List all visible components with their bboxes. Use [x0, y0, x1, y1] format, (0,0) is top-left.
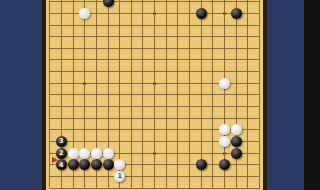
board-intersection[interactable]	[114, 31, 126, 43]
board-intersection[interactable]	[242, 101, 254, 113]
board-intersection[interactable]	[184, 89, 196, 101]
board-intersection[interactable]	[125, 124, 137, 136]
board-intersection[interactable]	[184, 101, 196, 113]
board-intersection[interactable]	[254, 42, 266, 54]
board-intersection[interactable]	[137, 101, 149, 113]
board-intersection[interactable]	[254, 19, 266, 31]
board-intersection[interactable]	[137, 19, 149, 31]
board-intersection[interactable]	[91, 136, 103, 148]
board-intersection[interactable]	[207, 159, 219, 171]
board-intersection[interactable]	[67, 8, 79, 20]
board-intersection[interactable]	[172, 101, 184, 113]
board-intersection[interactable]	[125, 182, 137, 190]
board-intersection[interactable]	[79, 89, 91, 101]
board-intersection[interactable]	[195, 0, 207, 8]
board-intersection[interactable]	[184, 159, 196, 171]
board-intersection[interactable]	[230, 171, 242, 183]
board-intersection[interactable]	[219, 0, 231, 8]
board-intersection[interactable]	[160, 159, 172, 171]
board-intersection[interactable]	[219, 77, 231, 89]
board-intersection[interactable]	[44, 19, 56, 31]
board-intersection[interactable]	[137, 159, 149, 171]
board-intersection[interactable]	[149, 136, 161, 148]
board-intersection[interactable]	[195, 42, 207, 54]
board-intersection[interactable]	[114, 42, 126, 54]
board-intersection[interactable]	[67, 182, 79, 190]
board-intersection[interactable]	[79, 31, 91, 43]
board-intersection[interactable]	[160, 124, 172, 136]
board-intersection[interactable]	[160, 171, 172, 183]
board-intersection[interactable]	[56, 112, 68, 124]
board-intersection[interactable]	[56, 54, 68, 66]
board-intersection[interactable]	[125, 54, 137, 66]
board-intersection[interactable]	[219, 42, 231, 54]
board-intersection[interactable]	[195, 54, 207, 66]
board-intersection[interactable]	[44, 31, 56, 43]
board-intersection[interactable]	[91, 0, 103, 8]
board-intersection[interactable]	[67, 19, 79, 31]
board-intersection[interactable]	[149, 182, 161, 190]
board-intersection[interactable]	[230, 0, 242, 8]
board-intersection[interactable]	[230, 136, 242, 148]
board-intersection[interactable]	[102, 182, 114, 190]
board-intersection[interactable]	[172, 77, 184, 89]
board-intersection[interactable]	[219, 19, 231, 31]
board-intersection[interactable]	[242, 159, 254, 171]
board-intersection[interactable]	[172, 136, 184, 148]
board-intersection[interactable]	[79, 182, 91, 190]
board-intersection[interactable]	[160, 77, 172, 89]
board-intersection[interactable]	[137, 42, 149, 54]
board-intersection[interactable]	[137, 171, 149, 183]
board-intersection[interactable]	[207, 112, 219, 124]
board-intersection[interactable]	[219, 124, 231, 136]
board-intersection[interactable]	[184, 171, 196, 183]
board-intersection[interactable]	[184, 66, 196, 78]
board-intersection[interactable]	[114, 89, 126, 101]
board-intersection[interactable]	[114, 19, 126, 31]
board-intersection[interactable]	[102, 77, 114, 89]
board-intersection[interactable]	[184, 147, 196, 159]
board-intersection[interactable]	[149, 42, 161, 54]
board-intersection[interactable]	[254, 66, 266, 78]
board-intersection[interactable]	[160, 54, 172, 66]
board-intersection[interactable]	[254, 89, 266, 101]
board-intersection[interactable]	[67, 124, 79, 136]
board-intersection[interactable]	[172, 159, 184, 171]
board-intersection[interactable]	[219, 159, 231, 171]
board-intersection[interactable]	[79, 101, 91, 113]
board-intersection[interactable]	[91, 101, 103, 113]
board-intersection[interactable]	[242, 31, 254, 43]
board-intersection[interactable]	[149, 77, 161, 89]
board-intersection[interactable]	[172, 147, 184, 159]
board-intersection[interactable]	[102, 19, 114, 31]
board-intersection[interactable]	[184, 42, 196, 54]
board-intersection[interactable]	[44, 182, 56, 190]
board-intersection[interactable]	[149, 101, 161, 113]
board-intersection[interactable]	[67, 77, 79, 89]
board-intersection[interactable]	[114, 101, 126, 113]
board-intersection[interactable]	[219, 136, 231, 148]
board-intersection[interactable]	[172, 124, 184, 136]
board-intersection[interactable]	[254, 124, 266, 136]
board-intersection[interactable]	[254, 182, 266, 190]
board-intersection[interactable]	[195, 19, 207, 31]
board-intersection[interactable]	[91, 8, 103, 20]
board-intersection[interactable]	[137, 54, 149, 66]
board-intersection[interactable]	[44, 8, 56, 20]
board-intersection[interactable]	[149, 159, 161, 171]
board-intersection[interactable]	[219, 66, 231, 78]
board-intersection[interactable]	[67, 136, 79, 148]
board-intersection[interactable]	[114, 124, 126, 136]
board-intersection[interactable]	[242, 136, 254, 148]
board-intersection[interactable]	[114, 112, 126, 124]
board-intersection[interactable]	[149, 147, 161, 159]
board-intersection[interactable]	[91, 89, 103, 101]
board-intersection[interactable]	[172, 182, 184, 190]
board-intersection[interactable]	[195, 171, 207, 183]
board-intersection[interactable]	[149, 19, 161, 31]
board-intersection[interactable]	[125, 112, 137, 124]
board-intersection[interactable]	[56, 19, 68, 31]
board-intersection[interactable]	[79, 66, 91, 78]
board-intersection[interactable]	[207, 182, 219, 190]
board-intersection[interactable]	[44, 112, 56, 124]
board-intersection[interactable]: 1	[114, 171, 126, 183]
board-intersection[interactable]	[219, 182, 231, 190]
board-intersection[interactable]	[242, 54, 254, 66]
board-intersection[interactable]	[114, 54, 126, 66]
board-intersection[interactable]	[230, 54, 242, 66]
board-intersection[interactable]	[125, 101, 137, 113]
board-intersection[interactable]	[56, 124, 68, 136]
board-intersection[interactable]	[67, 66, 79, 78]
board-intersection[interactable]	[137, 66, 149, 78]
board-intersection[interactable]	[254, 159, 266, 171]
board-intersection[interactable]	[149, 8, 161, 20]
board-intersection[interactable]	[219, 101, 231, 113]
board-intersection[interactable]	[184, 0, 196, 8]
board-intersection[interactable]	[149, 54, 161, 66]
board-intersection[interactable]	[91, 147, 103, 159]
board-intersection[interactable]	[79, 171, 91, 183]
board-intersection[interactable]	[44, 54, 56, 66]
board-intersection[interactable]	[230, 77, 242, 89]
board-intersection[interactable]	[44, 66, 56, 78]
board-intersection[interactable]	[195, 112, 207, 124]
board-intersection[interactable]	[114, 159, 126, 171]
board-intersection[interactable]	[79, 112, 91, 124]
board-intersection[interactable]	[207, 147, 219, 159]
board-intersection[interactable]	[230, 42, 242, 54]
board-intersection[interactable]	[207, 124, 219, 136]
board-intersection[interactable]	[195, 101, 207, 113]
board-intersection[interactable]	[230, 31, 242, 43]
board-intersection[interactable]	[230, 66, 242, 78]
board-intersection[interactable]	[254, 136, 266, 148]
board-intersection[interactable]	[184, 77, 196, 89]
board-intersection[interactable]	[172, 171, 184, 183]
board-intersection[interactable]	[102, 31, 114, 43]
board-intersection[interactable]: 3	[56, 136, 68, 148]
board-intersection[interactable]	[149, 31, 161, 43]
board-intersection[interactable]	[230, 101, 242, 113]
board-intersection[interactable]	[67, 89, 79, 101]
board-intersection[interactable]	[207, 42, 219, 54]
board-intersection[interactable]	[56, 101, 68, 113]
board-intersection[interactable]	[137, 136, 149, 148]
board-intersection[interactable]	[242, 171, 254, 183]
board-intersection[interactable]	[219, 112, 231, 124]
board-intersection[interactable]	[114, 66, 126, 78]
board-intersection[interactable]	[149, 124, 161, 136]
board-intersection[interactable]	[114, 77, 126, 89]
board-intersection[interactable]	[242, 19, 254, 31]
board-intersection[interactable]	[195, 124, 207, 136]
board-intersection[interactable]	[44, 89, 56, 101]
board-intersection[interactable]	[172, 112, 184, 124]
board-intersection[interactable]	[114, 182, 126, 190]
board-intersection[interactable]	[230, 159, 242, 171]
board-intersection[interactable]	[125, 31, 137, 43]
board-intersection[interactable]	[242, 89, 254, 101]
board-intersection[interactable]	[102, 8, 114, 20]
board-intersection[interactable]	[56, 8, 68, 20]
board-intersection[interactable]	[44, 77, 56, 89]
board-intersection[interactable]	[91, 77, 103, 89]
board-intersection[interactable]	[79, 147, 91, 159]
board-intersection[interactable]	[219, 171, 231, 183]
board-intersection[interactable]	[67, 0, 79, 8]
board-intersection[interactable]	[137, 124, 149, 136]
board-intersection[interactable]	[125, 42, 137, 54]
board-intersection[interactable]	[230, 8, 242, 20]
board-intersection[interactable]	[125, 0, 137, 8]
board-intersection[interactable]	[184, 112, 196, 124]
board-intersection[interactable]	[242, 8, 254, 20]
board-intersection[interactable]	[184, 8, 196, 20]
board-intersection[interactable]	[102, 0, 114, 8]
board-intersection[interactable]	[91, 31, 103, 43]
board-intersection[interactable]	[149, 112, 161, 124]
board-intersection[interactable]	[79, 42, 91, 54]
board-intersection[interactable]	[44, 136, 56, 148]
board-intersection[interactable]	[44, 101, 56, 113]
board-intersection[interactable]	[242, 112, 254, 124]
board-intersection[interactable]	[184, 124, 196, 136]
board-intersection[interactable]	[219, 31, 231, 43]
board-intersection[interactable]	[102, 66, 114, 78]
board-intersection[interactable]	[67, 101, 79, 113]
board-intersection[interactable]	[137, 0, 149, 8]
board-intersection[interactable]	[207, 66, 219, 78]
board-intersection[interactable]	[56, 66, 68, 78]
board-intersection[interactable]	[230, 19, 242, 31]
board-intersection[interactable]	[102, 159, 114, 171]
board-intersection[interactable]	[44, 0, 56, 8]
board-intersection[interactable]	[184, 182, 196, 190]
board-intersection[interactable]	[172, 0, 184, 8]
board-intersection[interactable]	[56, 89, 68, 101]
board-intersection[interactable]	[207, 89, 219, 101]
board-intersection[interactable]	[184, 136, 196, 148]
board-intersection[interactable]	[44, 42, 56, 54]
board-intersection[interactable]	[125, 77, 137, 89]
board-intersection[interactable]	[44, 124, 56, 136]
board-intersection[interactable]	[160, 42, 172, 54]
board-intersection[interactable]	[160, 0, 172, 8]
board-intersection[interactable]	[56, 77, 68, 89]
board-intersection[interactable]	[137, 31, 149, 43]
board-intersection[interactable]	[56, 171, 68, 183]
board-intersection[interactable]	[160, 136, 172, 148]
board-intersection[interactable]	[160, 31, 172, 43]
board-intersection[interactable]	[254, 112, 266, 124]
board-intersection[interactable]	[91, 159, 103, 171]
board-intersection[interactable]	[91, 112, 103, 124]
board-intersection[interactable]	[79, 0, 91, 8]
board-intersection[interactable]	[102, 54, 114, 66]
board-intersection[interactable]	[254, 147, 266, 159]
board-intersection[interactable]	[172, 19, 184, 31]
board-intersection[interactable]	[137, 112, 149, 124]
board-intersection[interactable]	[207, 31, 219, 43]
board-intersection[interactable]	[102, 101, 114, 113]
board-intersection[interactable]	[230, 112, 242, 124]
board-intersection[interactable]	[91, 42, 103, 54]
board-intersection[interactable]	[91, 124, 103, 136]
board-intersection[interactable]	[114, 147, 126, 159]
board-intersection[interactable]	[56, 0, 68, 8]
board-intersection[interactable]	[219, 54, 231, 66]
board-intersection[interactable]	[125, 147, 137, 159]
board-intersection[interactable]	[207, 8, 219, 20]
board-intersection[interactable]	[149, 171, 161, 183]
board-intersection[interactable]	[230, 182, 242, 190]
board-intersection[interactable]	[79, 8, 91, 20]
board-intersection[interactable]	[160, 101, 172, 113]
board-intersection[interactable]	[102, 124, 114, 136]
board-intersection[interactable]	[102, 136, 114, 148]
board-intersection[interactable]	[172, 8, 184, 20]
board-intersection[interactable]	[102, 112, 114, 124]
board-intersection[interactable]	[195, 159, 207, 171]
board-intersection[interactable]	[172, 42, 184, 54]
board-intersection[interactable]	[79, 54, 91, 66]
board-intersection[interactable]	[160, 147, 172, 159]
board-intersection[interactable]	[242, 0, 254, 8]
board-intersection[interactable]	[160, 89, 172, 101]
board-intersection[interactable]	[91, 182, 103, 190]
board-intersection[interactable]	[195, 89, 207, 101]
board-intersection[interactable]	[67, 171, 79, 183]
board-intersection[interactable]	[160, 19, 172, 31]
board-intersection[interactable]	[67, 112, 79, 124]
board-intersection[interactable]	[160, 112, 172, 124]
board-intersection[interactable]	[254, 0, 266, 8]
board-intersection[interactable]	[91, 66, 103, 78]
board-intersection[interactable]	[207, 136, 219, 148]
board-intersection[interactable]	[67, 147, 79, 159]
board-intersection[interactable]	[172, 31, 184, 43]
board-intersection[interactable]	[56, 42, 68, 54]
board-intersection[interactable]	[137, 89, 149, 101]
board-intersection[interactable]	[102, 42, 114, 54]
board-intersection[interactable]	[149, 0, 161, 8]
board-intersection[interactable]	[149, 66, 161, 78]
board-intersection[interactable]	[56, 31, 68, 43]
board-intersection[interactable]	[125, 8, 137, 20]
board-intersection[interactable]	[219, 8, 231, 20]
board-intersection[interactable]	[207, 171, 219, 183]
board-intersection[interactable]	[242, 147, 254, 159]
board-intersection[interactable]	[242, 182, 254, 190]
board-intersection[interactable]	[160, 182, 172, 190]
board-intersection[interactable]	[207, 101, 219, 113]
board-intersection[interactable]	[254, 77, 266, 89]
board-intersection[interactable]	[242, 66, 254, 78]
board-intersection[interactable]	[207, 0, 219, 8]
board-intersection[interactable]	[254, 54, 266, 66]
board-intersection[interactable]	[184, 19, 196, 31]
board-intersection[interactable]	[67, 42, 79, 54]
board-intersection[interactable]	[67, 54, 79, 66]
board-intersection[interactable]	[79, 77, 91, 89]
board-intersection[interactable]	[125, 19, 137, 31]
board-intersection[interactable]	[195, 147, 207, 159]
board-intersection[interactable]	[230, 89, 242, 101]
board-intersection[interactable]	[67, 31, 79, 43]
board-intersection[interactable]	[102, 147, 114, 159]
board-intersection[interactable]	[79, 124, 91, 136]
board-intersection[interactable]	[172, 89, 184, 101]
board-intersection[interactable]	[254, 171, 266, 183]
board-intersection[interactable]	[242, 42, 254, 54]
board-intersection[interactable]	[219, 89, 231, 101]
board-intersection[interactable]	[137, 147, 149, 159]
board-intersection[interactable]	[56, 182, 68, 190]
board-intersection[interactable]	[207, 19, 219, 31]
board-intersection[interactable]	[195, 8, 207, 20]
board-intersection[interactable]	[207, 54, 219, 66]
board-intersection[interactable]	[254, 31, 266, 43]
board-intersection[interactable]	[125, 171, 137, 183]
board-intersection[interactable]	[125, 136, 137, 148]
board-intersection[interactable]	[172, 54, 184, 66]
board-intersection[interactable]	[114, 8, 126, 20]
board-intersection[interactable]	[137, 77, 149, 89]
board-intersection[interactable]	[195, 66, 207, 78]
board-intersection[interactable]	[184, 54, 196, 66]
board-intersection[interactable]	[137, 8, 149, 20]
board-intersection[interactable]	[184, 31, 196, 43]
board-intersection[interactable]	[207, 77, 219, 89]
board-intersection[interactable]	[195, 136, 207, 148]
board-intersection[interactable]	[195, 77, 207, 89]
board-intersection[interactable]	[91, 171, 103, 183]
board-intersection[interactable]	[79, 159, 91, 171]
board-intersection[interactable]	[114, 136, 126, 148]
board-intersection[interactable]	[242, 124, 254, 136]
board-intersection[interactable]	[195, 182, 207, 190]
board-intersection[interactable]	[242, 77, 254, 89]
board-intersection[interactable]	[149, 89, 161, 101]
board-intersection[interactable]	[160, 8, 172, 20]
board-intersection[interactable]	[79, 136, 91, 148]
board-intersection[interactable]	[230, 147, 242, 159]
